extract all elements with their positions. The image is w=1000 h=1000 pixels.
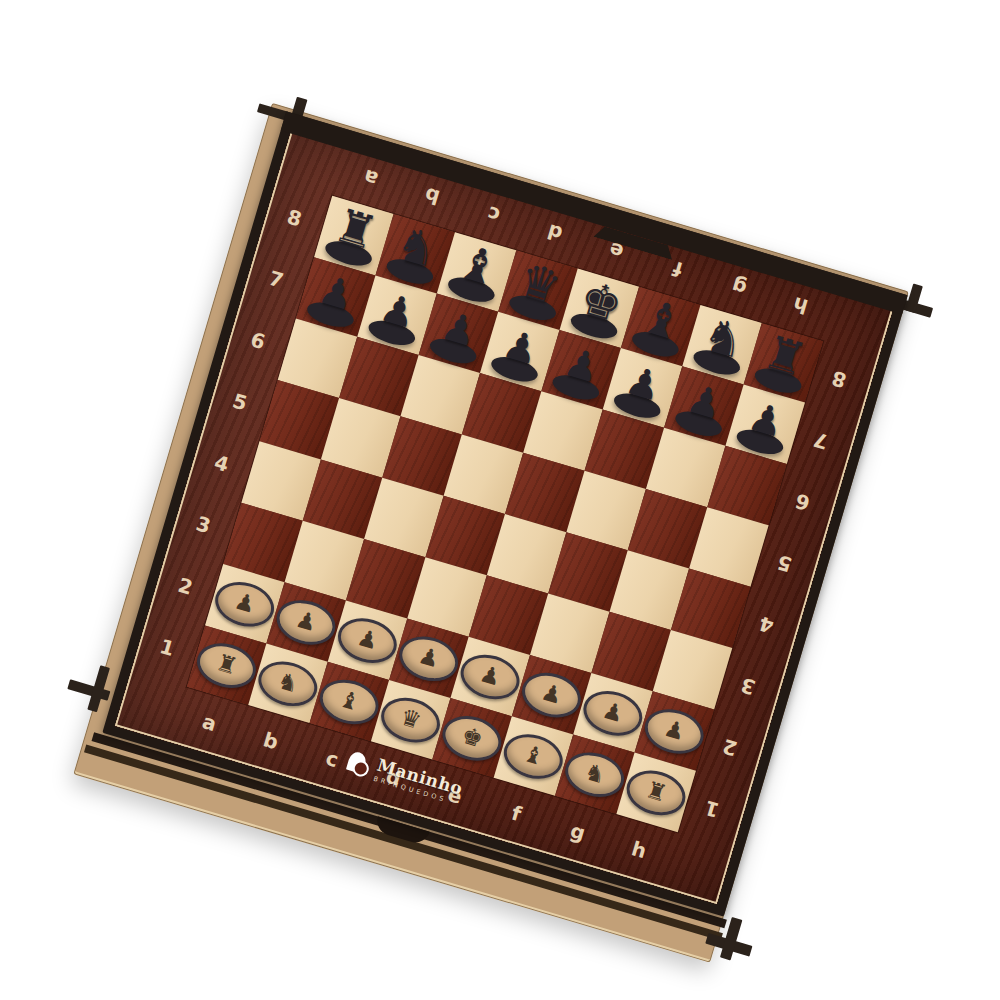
piece-disc: ♟ <box>394 629 464 687</box>
rank-label-left-6: 6 <box>244 325 272 356</box>
rank-label-left-7: 7 <box>262 264 290 295</box>
piece-glyph: ♟ <box>438 305 483 352</box>
rank-label-right-7: 7 <box>807 425 835 456</box>
piece-disc: ♞ <box>253 654 323 712</box>
file-label-bottom-c: c <box>318 743 346 774</box>
piece-glyph: ♟ <box>744 396 789 443</box>
rank-label-left-1: 1 <box>153 632 181 663</box>
rank-label-right-3: 3 <box>734 671 762 702</box>
rank-label-right-6: 6 <box>788 486 816 517</box>
piece-glyph: ♝ <box>452 237 505 293</box>
file-label-bottom-g: g <box>564 816 592 847</box>
piece-glyph: ♟ <box>232 589 258 617</box>
piece-glyph: ♞ <box>391 219 444 275</box>
piece-glyph: ♟ <box>376 287 421 334</box>
piece-disc: ♟ <box>455 647 525 705</box>
piece-glyph: ♜ <box>330 201 383 257</box>
piece-glyph: ♚ <box>459 723 485 751</box>
file-label-top-h: h <box>786 290 814 321</box>
product-photo-scene: ♜♞♝♛♚♝♞♜♟♟♟♟♟♟♟♟♟♟♟♟♟♟♟♟♜♞♝♛♚♝♞♜ Maninho… <box>0 0 1000 1000</box>
rank-label-left-5: 5 <box>226 387 254 418</box>
piece-disc: ♟ <box>578 684 648 742</box>
piece-glyph: ♛ <box>398 705 424 733</box>
piece-glyph: ♜ <box>643 777 669 805</box>
piece-glyph: ♟ <box>477 662 503 690</box>
piece-glyph: ♞ <box>582 759 608 787</box>
piece-disc: ♞ <box>560 745 630 803</box>
rank-label-left-4: 4 <box>207 448 235 479</box>
piece-glyph: ♟ <box>416 643 442 671</box>
file-label-bottom-b: b <box>257 725 285 756</box>
piece-glyph: ♝ <box>336 687 362 715</box>
piece-glyph: ♟ <box>600 698 626 726</box>
piece-disc: ♝ <box>314 672 384 730</box>
file-label-top-b: b <box>418 181 446 212</box>
rank-label-right-4: 4 <box>752 609 780 640</box>
file-label-top-c: c <box>479 199 507 230</box>
piece-glyph: ♟ <box>355 625 381 653</box>
piece-glyph: ♞ <box>698 310 751 366</box>
piece-glyph: ♟ <box>661 716 687 744</box>
rank-label-left-8: 8 <box>280 202 308 233</box>
piece-glyph: ♝ <box>636 292 689 348</box>
rank-label-right-2: 2 <box>716 732 744 763</box>
piece-disc: ♝ <box>499 727 569 785</box>
rank-label-right-8: 8 <box>825 364 853 395</box>
piece-disc: ♜ <box>192 636 262 694</box>
piece-glyph: ♟ <box>293 607 319 635</box>
rank-label-left-3: 3 <box>189 509 217 540</box>
file-label-top-g: g <box>725 272 753 303</box>
rank-label-right-1: 1 <box>698 793 726 824</box>
piece-disc: ♟ <box>639 702 709 760</box>
piece-glyph: ♟ <box>539 680 565 708</box>
file-label-bottom-h: h <box>625 834 653 865</box>
piece-disc: ♟ <box>333 611 403 669</box>
piece-glyph: ♜ <box>759 328 812 384</box>
piece-disc: ♟ <box>517 666 587 724</box>
piece-glyph: ♛ <box>514 256 567 312</box>
piece-glyph: ♚ <box>575 274 628 330</box>
piece-glyph: ♝ <box>521 741 547 769</box>
piece-disc: ♚ <box>437 709 507 767</box>
piece-disc: ♛ <box>376 691 446 749</box>
piece-glyph: ♟ <box>315 269 360 316</box>
chess-box: ♜♞♝♛♚♝♞♜♟♟♟♟♟♟♟♟♟♟♟♟♟♟♟♟♜♞♝♛♚♝♞♜ Maninho… <box>102 111 907 916</box>
piece-glyph: ♟ <box>560 341 605 388</box>
file-label-top-a: a <box>357 162 385 193</box>
file-label-bottom-a: a <box>195 707 223 738</box>
file-label-bottom-f: f <box>502 798 530 829</box>
piece-disc: ♟ <box>271 593 341 651</box>
piece-glyph: ♞ <box>275 668 301 696</box>
rank-label-right-5: 5 <box>770 548 798 579</box>
piece-disc: ♜ <box>621 763 691 821</box>
piece-glyph: ♟ <box>683 378 728 425</box>
brand-logo-icon <box>345 749 373 778</box>
piece-glyph: ♟ <box>499 323 544 370</box>
piece-glyph: ♟ <box>622 359 667 406</box>
file-label-top-d: d <box>541 217 569 248</box>
rank-label-left-2: 2 <box>171 571 199 602</box>
piece-disc: ♟ <box>210 575 280 633</box>
piece-glyph: ♜ <box>214 650 240 678</box>
